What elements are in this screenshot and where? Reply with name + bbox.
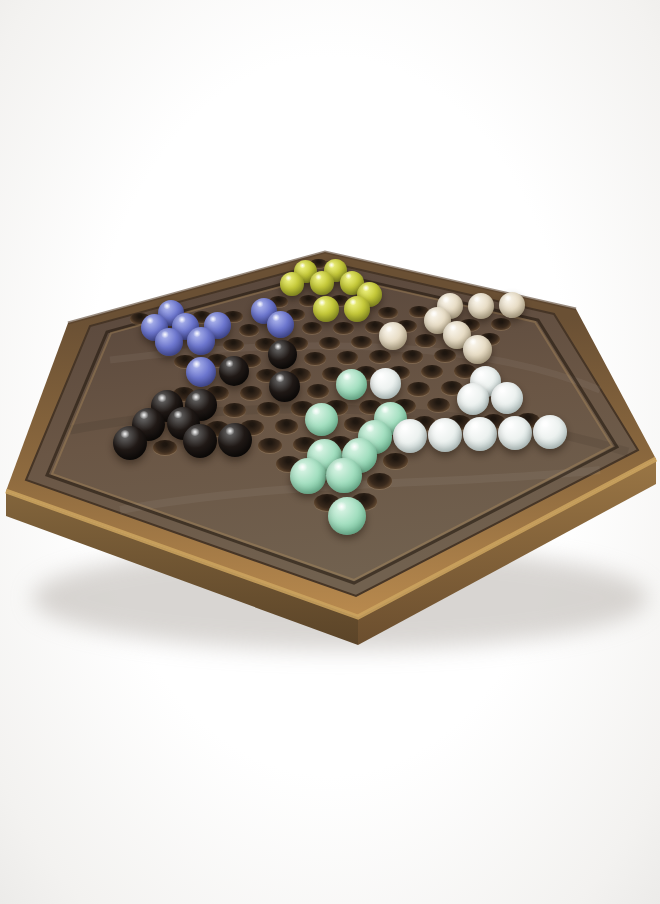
marble-white[interactable] bbox=[463, 417, 497, 451]
specular-highlight bbox=[299, 263, 306, 269]
specular-highlight bbox=[349, 442, 360, 450]
specular-highlight bbox=[435, 422, 445, 430]
marble-blue[interactable] bbox=[155, 328, 183, 356]
specular-highlight bbox=[328, 262, 335, 268]
specular-highlight bbox=[449, 324, 457, 331]
marble-cream[interactable] bbox=[468, 293, 494, 319]
marble-cream[interactable] bbox=[379, 322, 407, 350]
marble-yellow[interactable] bbox=[313, 296, 339, 322]
marble-black[interactable] bbox=[269, 371, 300, 402]
marble-yellow[interactable] bbox=[310, 271, 334, 295]
specular-highlight bbox=[385, 326, 393, 333]
specular-highlight bbox=[376, 372, 385, 379]
specular-highlight bbox=[380, 406, 390, 414]
specular-highlight bbox=[256, 301, 264, 307]
marble-white[interactable] bbox=[457, 383, 489, 415]
specular-highlight bbox=[274, 343, 283, 350]
marble-blue[interactable] bbox=[267, 311, 294, 338]
marble-green[interactable] bbox=[326, 458, 362, 494]
marble-black[interactable] bbox=[218, 423, 252, 457]
marble-blue[interactable] bbox=[186, 357, 216, 387]
specular-highlight bbox=[157, 394, 167, 402]
marble-green[interactable] bbox=[290, 458, 326, 494]
specular-highlight bbox=[497, 386, 507, 394]
specular-highlight bbox=[362, 285, 370, 291]
specular-highlight bbox=[400, 423, 410, 431]
marble-blue[interactable] bbox=[187, 327, 215, 355]
marble-yellow[interactable] bbox=[344, 296, 370, 322]
specular-highlight bbox=[349, 299, 357, 305]
specular-highlight bbox=[442, 296, 450, 302]
marble-green[interactable] bbox=[305, 403, 338, 436]
specular-highlight bbox=[505, 420, 515, 428]
specular-highlight bbox=[146, 317, 154, 323]
specular-highlight bbox=[191, 393, 201, 401]
specular-highlight bbox=[342, 373, 351, 380]
specular-highlight bbox=[193, 330, 201, 337]
specular-highlight bbox=[178, 316, 186, 322]
photo-scene bbox=[0, 0, 660, 904]
specular-highlight bbox=[336, 502, 347, 511]
marble-white[interactable] bbox=[491, 382, 523, 414]
specular-highlight bbox=[192, 360, 201, 367]
marble-black[interactable] bbox=[219, 356, 249, 386]
marble-layer bbox=[0, 0, 660, 904]
specular-highlight bbox=[333, 462, 344, 471]
marble-green[interactable] bbox=[328, 497, 366, 535]
marble-black[interactable] bbox=[113, 426, 147, 460]
specular-highlight bbox=[311, 407, 321, 415]
marble-white[interactable] bbox=[533, 415, 567, 449]
marble-white[interactable] bbox=[393, 419, 427, 453]
marble-yellow[interactable] bbox=[280, 272, 304, 296]
specular-highlight bbox=[463, 386, 473, 394]
specular-highlight bbox=[163, 303, 171, 309]
specular-highlight bbox=[473, 296, 481, 302]
marble-white[interactable] bbox=[498, 416, 532, 450]
specular-highlight bbox=[315, 274, 322, 280]
specular-highlight bbox=[161, 331, 169, 338]
marble-cream[interactable] bbox=[463, 335, 492, 364]
specular-highlight bbox=[365, 424, 375, 432]
marble-white[interactable] bbox=[370, 368, 401, 399]
specular-highlight bbox=[540, 419, 550, 427]
marble-cream[interactable] bbox=[499, 292, 525, 318]
specular-highlight bbox=[190, 428, 200, 436]
specular-highlight bbox=[430, 310, 438, 316]
specular-highlight bbox=[469, 338, 478, 345]
specular-highlight bbox=[314, 443, 325, 451]
specular-highlight bbox=[345, 273, 352, 279]
marble-white[interactable] bbox=[428, 418, 462, 452]
specular-highlight bbox=[470, 421, 480, 429]
specular-highlight bbox=[139, 411, 149, 419]
specular-highlight bbox=[120, 430, 130, 438]
specular-highlight bbox=[272, 314, 280, 320]
specular-highlight bbox=[225, 360, 234, 367]
specular-highlight bbox=[476, 370, 485, 377]
specular-highlight bbox=[209, 316, 217, 322]
marble-green[interactable] bbox=[336, 369, 367, 400]
specular-highlight bbox=[504, 295, 512, 301]
specular-highlight bbox=[225, 427, 235, 435]
marble-black[interactable] bbox=[268, 340, 297, 369]
marble-black[interactable] bbox=[183, 424, 217, 458]
specular-highlight bbox=[173, 411, 183, 419]
specular-highlight bbox=[275, 374, 284, 381]
specular-highlight bbox=[297, 463, 308, 472]
specular-highlight bbox=[318, 299, 326, 305]
specular-highlight bbox=[285, 275, 292, 281]
